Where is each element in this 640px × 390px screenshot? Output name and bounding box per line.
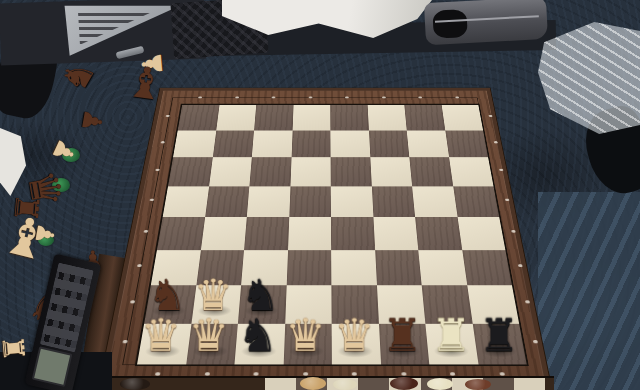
coordinate-mark xyxy=(137,264,142,267)
spare-piece-cream-pawn[interactable]: ♟ xyxy=(31,221,58,246)
coordinate-mark xyxy=(455,96,459,98)
chess-piece-black-rook[interactable]: ♜ xyxy=(479,312,520,357)
grey-zip-pouch xyxy=(424,0,548,45)
chess-piece-cream-queen[interactable]: ♛ xyxy=(286,312,326,357)
coordinate-mark xyxy=(489,115,493,117)
coordinate-mark xyxy=(130,300,135,303)
coordinate-mark xyxy=(161,141,165,143)
coordinate-mark xyxy=(308,96,312,98)
chess-piece-brown-rook[interactable]: ♜ xyxy=(382,312,422,357)
edge-square xyxy=(514,378,545,390)
chess-piece-cream-queen[interactable]: ♛ xyxy=(189,312,229,357)
pieces-layer: ♞♛♞♛♛♞♛♛♜♜♜ xyxy=(135,104,524,363)
coordinate-mark xyxy=(144,230,149,233)
coordinate-mark xyxy=(272,96,276,98)
coordinate-mark xyxy=(382,96,386,98)
coordinate-mark xyxy=(499,169,503,171)
coordinate-mark xyxy=(122,340,127,343)
coordinate-mark xyxy=(198,96,202,98)
chess-piece-cream-queen[interactable]: ♛ xyxy=(334,312,374,357)
photo-scene: ♞♛♞♛♛♞♛♛♜♜♜ ♟♝♞♟♟♛♜♝♟♟♞♜ xyxy=(0,0,640,390)
chess-board: ♞♛♞♛♛♞♛♛♜♜♜ xyxy=(100,88,550,382)
calculator-display xyxy=(32,346,73,387)
coordinate-mark xyxy=(166,115,170,117)
cutoff-piece-top[interactable] xyxy=(120,378,150,390)
chess-piece-cream-queen[interactable]: ♛ xyxy=(140,312,181,357)
coordinate-mark xyxy=(505,198,510,200)
coordinate-mark xyxy=(150,198,155,200)
pouch-end xyxy=(432,9,467,39)
coordinate-mark xyxy=(155,169,159,171)
coordinate-mark xyxy=(418,96,422,98)
cutoff-piece-top[interactable] xyxy=(427,378,453,390)
chess-piece-pale-rook[interactable]: ♜ xyxy=(431,312,471,357)
carpet-light-streaks xyxy=(538,192,640,390)
edge-square xyxy=(358,378,389,390)
chess-piece-black-knight[interactable]: ♞ xyxy=(237,312,277,357)
spare-piece-brown-pawn[interactable]: ♟ xyxy=(77,107,106,134)
coordinate-mark xyxy=(345,96,349,98)
spare-piece-brown-bishop[interactable]: ♝ xyxy=(123,60,167,108)
coordinate-mark xyxy=(518,264,523,267)
coordinate-mark xyxy=(525,300,530,303)
coordinate-mark xyxy=(533,340,538,343)
edge-square xyxy=(265,378,296,390)
cutoff-piece-top[interactable] xyxy=(300,377,326,390)
cutoff-piece-top[interactable] xyxy=(390,377,418,390)
spare-piece-cream-rook[interactable]: ♜ xyxy=(0,334,28,362)
coordinate-mark xyxy=(511,230,516,233)
cutoff-piece-top[interactable] xyxy=(465,379,491,390)
coordinate-mark xyxy=(235,96,239,98)
cutoff-piece-top[interactable] xyxy=(333,379,357,390)
coordinate-mark xyxy=(494,141,498,143)
